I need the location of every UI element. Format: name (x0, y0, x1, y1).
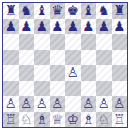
square-f8[interactable]: ♝ (81, 3, 97, 19)
black-pawn-icon[interactable]: ♟ (20, 19, 32, 35)
square-e8[interactable]: ♚ (65, 3, 81, 19)
white-pawn-icon[interactable]: ♙ (20, 96, 32, 112)
square-b1[interactable]: ♘ (19, 112, 35, 128)
white-queen-icon[interactable]: ♕ (51, 112, 63, 128)
white-king-icon[interactable]: ♔ (67, 112, 79, 128)
black-rook-icon[interactable]: ♜ (5, 3, 17, 19)
square-c6[interactable] (34, 34, 50, 50)
square-g4[interactable] (96, 65, 112, 81)
white-pawn-icon[interactable]: ♙ (51, 96, 63, 112)
chess-board: ♜♞♝♛♚♝♞♜♟♟♟♟♟♟♟♟♙♙♙♙♙♙♙♙♖♘♗♕♔♗♘♖ (2, 2, 128, 128)
black-pawn-icon[interactable]: ♟ (82, 19, 94, 35)
square-f2[interactable]: ♙ (81, 96, 97, 112)
square-d5[interactable] (50, 50, 66, 66)
white-bishop-icon[interactable]: ♗ (82, 112, 94, 128)
black-knight-icon[interactable]: ♞ (98, 3, 110, 19)
square-a3[interactable] (3, 81, 19, 97)
square-b2[interactable]: ♙ (19, 96, 35, 112)
square-h5[interactable] (112, 50, 128, 66)
white-bishop-icon[interactable]: ♗ (36, 112, 48, 128)
white-pawn-icon[interactable]: ♙ (5, 96, 17, 112)
square-e6[interactable] (65, 34, 81, 50)
white-pawn-icon[interactable]: ♙ (98, 96, 110, 112)
square-h6[interactable] (112, 34, 128, 50)
square-d8[interactable]: ♛ (50, 3, 66, 19)
black-king-icon[interactable]: ♚ (67, 3, 79, 19)
square-e3[interactable] (65, 81, 81, 97)
square-g5[interactable] (96, 50, 112, 66)
black-rook-icon[interactable]: ♜ (113, 3, 125, 19)
square-f1[interactable]: ♗ (81, 112, 97, 128)
square-d1[interactable]: ♕ (50, 112, 66, 128)
square-g1[interactable]: ♘ (96, 112, 112, 128)
white-pawn-icon[interactable]: ♙ (82, 96, 94, 112)
square-a8[interactable]: ♜ (3, 3, 19, 19)
square-c3[interactable] (34, 81, 50, 97)
square-h3[interactable] (112, 81, 128, 97)
square-g6[interactable] (96, 34, 112, 50)
square-h4[interactable] (112, 65, 128, 81)
white-knight-icon[interactable]: ♘ (98, 112, 110, 128)
white-rook-icon[interactable]: ♖ (113, 112, 125, 128)
square-b4[interactable] (19, 65, 35, 81)
square-a5[interactable] (3, 50, 19, 66)
square-d7[interactable]: ♟ (50, 19, 66, 35)
white-pawn-icon[interactable]: ♙ (36, 96, 48, 112)
square-e1[interactable]: ♔ (65, 112, 81, 128)
square-f3[interactable] (81, 81, 97, 97)
square-d2[interactable]: ♙ (50, 96, 66, 112)
black-pawn-icon[interactable]: ♟ (51, 19, 63, 35)
black-pawn-icon[interactable]: ♟ (67, 19, 79, 35)
white-pawn-icon[interactable]: ♙ (113, 96, 125, 112)
square-c5[interactable] (34, 50, 50, 66)
square-a2[interactable]: ♙ (3, 96, 19, 112)
square-h2[interactable]: ♙ (112, 96, 128, 112)
white-rook-icon[interactable]: ♖ (5, 112, 17, 128)
black-pawn-icon[interactable]: ♟ (98, 19, 110, 35)
square-a4[interactable] (3, 65, 19, 81)
black-queen-icon[interactable]: ♛ (51, 3, 63, 19)
square-f4[interactable] (81, 65, 97, 81)
square-b5[interactable] (19, 50, 35, 66)
square-g8[interactable]: ♞ (96, 3, 112, 19)
square-f7[interactable]: ♟ (81, 19, 97, 35)
square-c2[interactable]: ♙ (34, 96, 50, 112)
square-g3[interactable] (96, 81, 112, 97)
black-pawn-icon[interactable]: ♟ (36, 19, 48, 35)
white-knight-icon[interactable]: ♘ (20, 112, 32, 128)
white-pawn-icon[interactable]: ♙ (67, 65, 79, 81)
square-e7[interactable]: ♟ (65, 19, 81, 35)
square-h7[interactable]: ♟ (112, 19, 128, 35)
square-g2[interactable]: ♙ (96, 96, 112, 112)
black-bishop-icon[interactable]: ♝ (36, 3, 48, 19)
square-a1[interactable]: ♖ (3, 112, 19, 128)
square-a6[interactable] (3, 34, 19, 50)
square-f5[interactable] (81, 50, 97, 66)
square-c8[interactable]: ♝ (34, 3, 50, 19)
square-c4[interactable] (34, 65, 50, 81)
square-e2[interactable] (65, 96, 81, 112)
black-pawn-icon[interactable]: ♟ (5, 19, 17, 35)
square-g7[interactable]: ♟ (96, 19, 112, 35)
square-b3[interactable] (19, 81, 35, 97)
square-e4[interactable]: ♙ (65, 65, 81, 81)
black-pawn-icon[interactable]: ♟ (113, 19, 125, 35)
square-f6[interactable] (81, 34, 97, 50)
square-c7[interactable]: ♟ (34, 19, 50, 35)
square-b7[interactable]: ♟ (19, 19, 35, 35)
square-a7[interactable]: ♟ (3, 19, 19, 35)
square-d4[interactable] (50, 65, 66, 81)
black-bishop-icon[interactable]: ♝ (82, 3, 94, 19)
square-d6[interactable] (50, 34, 66, 50)
square-c1[interactable]: ♗ (34, 112, 50, 128)
square-h8[interactable]: ♜ (112, 3, 128, 19)
square-b8[interactable]: ♞ (19, 3, 35, 19)
square-b6[interactable] (19, 34, 35, 50)
square-e5[interactable] (65, 50, 81, 66)
square-d3[interactable] (50, 81, 66, 97)
square-h1[interactable]: ♖ (112, 112, 128, 128)
black-knight-icon[interactable]: ♞ (20, 3, 32, 19)
